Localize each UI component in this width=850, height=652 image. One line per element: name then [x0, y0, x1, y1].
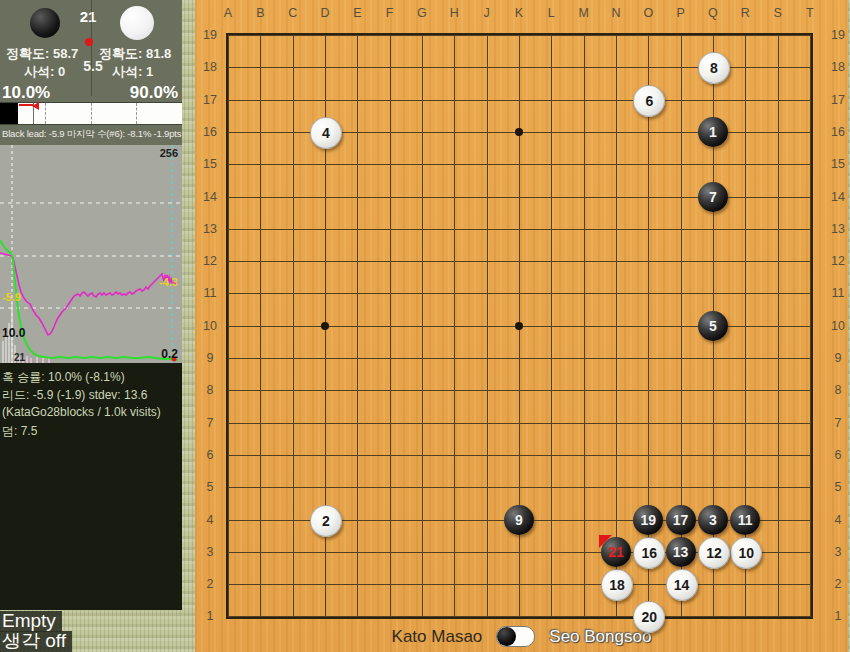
- coord-row-right-3: 3: [824, 545, 850, 559]
- stone-5-Q10[interactable]: 5: [698, 311, 728, 341]
- stone-9-K4[interactable]: 9: [504, 505, 534, 535]
- last-move-marker: [599, 535, 612, 548]
- coord-row-right-12: 12: [824, 254, 850, 268]
- black-winrate-curve: [0, 240, 178, 360]
- stone-6-O17[interactable]: 6: [633, 85, 665, 117]
- stone-move-number: 11: [738, 513, 753, 527]
- coord-row-right-17: 17: [824, 93, 850, 107]
- stone-move-number: 5: [709, 319, 717, 333]
- info-black-winrate: 흑 승률: 10.0% (-8.1%): [2, 369, 125, 386]
- white-captures-value: 1: [146, 64, 153, 79]
- coord-row-left-11: 11: [197, 286, 223, 300]
- stone-move-number: 2: [322, 514, 330, 528]
- coord-col-N: N: [606, 6, 626, 20]
- coord-col-H: H: [444, 6, 464, 20]
- star-point: [515, 322, 523, 330]
- black-player-stone-icon: [30, 8, 60, 38]
- stone-17-P4[interactable]: 17: [666, 505, 696, 535]
- star-point: [321, 322, 329, 330]
- coord-row-left-17: 17: [197, 93, 223, 107]
- graph-lead-current-label: -5.9: [2, 291, 21, 303]
- coord-row-right-9: 9: [824, 351, 850, 365]
- coord-col-J: J: [477, 6, 497, 20]
- coord-col-D: D: [315, 6, 335, 20]
- winrate-bar-black-segment: [0, 103, 18, 124]
- stone-move-number: 9: [515, 513, 523, 527]
- stone-move-number: 17: [673, 513, 689, 527]
- engine-info-panel: 흑 승률: 10.0% (-8.1%) 리드: -5.9 (-1.9) stde…: [0, 363, 182, 610]
- stone-move-number: 20: [641, 610, 657, 624]
- stone-3-Q4[interactable]: 3: [698, 505, 728, 535]
- info-lead-stdev: 리드: -5.9 (-1.9) stdev: 13.6: [2, 387, 147, 404]
- move-number: 21: [70, 8, 106, 25]
- coord-row-left-19: 19: [197, 28, 223, 42]
- coord-row-left-3: 3: [197, 545, 223, 559]
- coord-row-right-4: 4: [824, 513, 850, 527]
- graph-lead-final-label: -4.3: [159, 276, 178, 288]
- coord-row-right-19: 19: [824, 28, 850, 42]
- winrate-tick-75: [136, 103, 137, 124]
- graph-winrate-current-label: 10.0: [2, 326, 26, 340]
- coord-col-L: L: [541, 6, 561, 20]
- coord-col-T: T: [800, 6, 820, 20]
- stone-move-number: 19: [640, 513, 656, 527]
- info-komi: 덤: 7.5: [2, 423, 37, 440]
- coord-col-R: R: [735, 6, 755, 20]
- coord-col-B: B: [250, 6, 270, 20]
- black-accuracy: 정확도: 58.7: [6, 45, 78, 63]
- black-captures-value: 0: [58, 64, 65, 79]
- coord-row-left-10: 10: [197, 319, 223, 333]
- stone-14-P2[interactable]: 14: [666, 569, 698, 601]
- stone-1-Q16[interactable]: 1: [698, 117, 728, 147]
- stone-12-Q3[interactable]: 12: [698, 537, 730, 569]
- stone-move-number: 1: [709, 125, 717, 139]
- app-window: 21 정확도: 58.7 정확도: 81.8 사석: 0 5.5 사석: 1 1…: [0, 0, 850, 652]
- coord-row-left-5: 5: [197, 480, 223, 494]
- toggle-black-knob: [497, 627, 516, 646]
- coord-col-F: F: [380, 6, 400, 20]
- stone-move-number: 10: [738, 546, 754, 560]
- stone-move-number: 3: [709, 513, 717, 527]
- color-turn-toggle[interactable]: [496, 626, 535, 647]
- coord-col-C: C: [283, 6, 303, 20]
- coord-col-S: S: [768, 6, 788, 20]
- stone-13-P3[interactable]: 13: [666, 537, 696, 567]
- status-label: Empty: [0, 611, 62, 632]
- coord-row-right-13: 13: [824, 222, 850, 236]
- coord-row-left-18: 18: [197, 60, 223, 74]
- coord-row-left-1: 1: [197, 609, 223, 623]
- coord-row-right-16: 16: [824, 125, 850, 139]
- coord-row-left-13: 13: [197, 222, 223, 236]
- black-player-name: Kato Masao: [392, 627, 483, 647]
- stone-18-N2[interactable]: 18: [601, 569, 633, 601]
- coord-row-left-9: 9: [197, 351, 223, 365]
- black-accuracy-label: 정확도:: [6, 46, 49, 61]
- winrate-change-arrowhead: [32, 102, 39, 110]
- coord-row-left-4: 4: [197, 513, 223, 527]
- stone-move-number: 7: [709, 190, 717, 204]
- white-player-stone-icon: [120, 6, 154, 40]
- coord-row-right-14: 14: [824, 190, 850, 204]
- white-winrate-percent: 90.0%: [130, 83, 178, 103]
- coord-row-left-12: 12: [197, 254, 223, 268]
- coord-row-right-10: 10: [824, 319, 850, 333]
- coord-col-K: K: [509, 6, 529, 20]
- stone-2-D4[interactable]: 2: [310, 505, 342, 537]
- lead-summary-text: Black lead: -5.9 마지막 수(#6): -8.1% -1.9pt…: [2, 128, 182, 141]
- coord-col-A: A: [218, 6, 238, 20]
- coord-row-left-8: 8: [197, 383, 223, 397]
- coord-row-left-15: 15: [197, 157, 223, 171]
- coord-row-right-8: 8: [824, 383, 850, 397]
- coord-row-right-6: 6: [824, 448, 850, 462]
- stone-move-number: 12: [706, 546, 722, 560]
- stone-10-R3[interactable]: 10: [730, 537, 762, 569]
- winrate-tick-50: [91, 103, 92, 124]
- coord-row-right-15: 15: [824, 157, 850, 171]
- player-names-bar: Kato Masao Seo Bongsoo: [195, 626, 848, 647]
- stone-move-number: 13: [673, 545, 689, 559]
- stone-7-Q14[interactable]: 7: [698, 182, 728, 212]
- score-gap: 5.5: [78, 58, 108, 74]
- coord-col-E: E: [347, 6, 367, 20]
- coord-row-right-7: 7: [824, 416, 850, 430]
- player-panel-divider: [91, 0, 92, 96]
- coord-col-Q: Q: [703, 6, 723, 20]
- coord-row-left-2: 2: [197, 577, 223, 591]
- stone-move-number: 4: [322, 126, 330, 140]
- coord-row-left-7: 7: [197, 416, 223, 430]
- white-accuracy: 정확도: 81.8: [99, 45, 171, 63]
- stone-move-number: 16: [641, 546, 657, 560]
- graph-current-move-number: 21: [14, 352, 26, 363]
- stone-8-Q18[interactable]: 8: [698, 52, 730, 84]
- stone-move-number: 18: [609, 578, 625, 592]
- coord-row-right-2: 2: [824, 577, 850, 591]
- white-captures: 사석: 1: [112, 63, 153, 81]
- score-lead-curve: [0, 253, 178, 335]
- stone-21-N3[interactable]: 21: [601, 537, 631, 567]
- stone-11-R4[interactable]: 11: [730, 505, 760, 535]
- ponder-toggle[interactable]: 생각 off: [0, 631, 72, 652]
- black-winrate-percent: 10.0%: [2, 83, 50, 103]
- coord-row-left-6: 6: [197, 448, 223, 462]
- stone-4-D16[interactable]: 4: [310, 117, 342, 149]
- black-captures: 사석: 0: [24, 63, 65, 81]
- info-engine: (KataGo28blocks / 1.0k visits): [2, 405, 161, 419]
- go-board[interactable]: Kato Masao Seo Bongsoo ABCDEFGHJKLMNOPQR…: [195, 0, 848, 652]
- winrate-bar: [0, 102, 182, 125]
- coord-col-M: M: [574, 6, 594, 20]
- stone-move-number: 6: [645, 94, 653, 108]
- white-captures-label: 사석:: [112, 64, 142, 79]
- winrate-change-arrow: [19, 104, 33, 106]
- turn-indicator-dot: [85, 38, 93, 46]
- coord-col-G: G: [412, 6, 432, 20]
- graph-winrate-final-label: 0.2: [161, 347, 178, 361]
- winrate-tick-25: [45, 103, 46, 124]
- coord-row-right-1: 1: [824, 609, 850, 623]
- coord-row-left-16: 16: [197, 125, 223, 139]
- coord-col-P: P: [671, 6, 691, 20]
- coord-row-right-11: 11: [824, 286, 850, 300]
- stone-19-O4[interactable]: 19: [633, 505, 663, 535]
- coord-row-left-14: 14: [197, 190, 223, 204]
- analysis-sidebar: 21 정확도: 58.7 정확도: 81.8 사석: 0 5.5 사석: 1 1…: [0, 0, 182, 610]
- winrate-graph[interactable]: 256 -5.9 -4.3 10.0 21 0.2: [0, 145, 182, 363]
- coord-row-right-5: 5: [824, 480, 850, 494]
- black-captures-label: 사석:: [24, 64, 54, 79]
- coord-row-right-18: 18: [824, 60, 850, 74]
- graph-max-move-label: 256: [160, 147, 178, 159]
- star-point: [515, 128, 523, 136]
- coord-col-O: O: [638, 6, 658, 20]
- stone-move-number: 14: [674, 578, 690, 592]
- stone-16-O3[interactable]: 16: [633, 537, 665, 569]
- black-accuracy-value: 58.7: [53, 46, 78, 61]
- white-player-name: Seo Bongsoo: [549, 627, 651, 647]
- stone-move-number: 8: [710, 61, 718, 75]
- white-accuracy-value: 81.8: [146, 46, 171, 61]
